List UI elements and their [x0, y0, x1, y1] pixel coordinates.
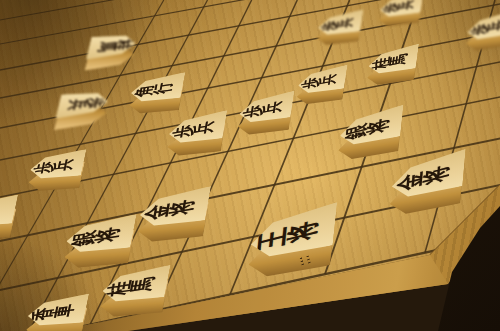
- koma-kanji: 行: [151, 74, 174, 103]
- koma-kanji: 兵: [261, 93, 284, 123]
- pieces-layer: 香車桂馬王将銀将金将金将歩兵歩兵歩兵銀将角行歩兵桂馬歩兵歩兵歩兵桂馬歩兵: [0, 0, 500, 331]
- shogi-photo-scene: 香車桂馬王将銀将金将金将歩兵歩兵歩兵銀将角行歩兵桂馬歩兵歩兵歩兵桂馬歩兵: [0, 0, 500, 331]
- koma-kanji: 車: [50, 295, 77, 327]
- koma-kanji: 兵: [335, 11, 354, 36]
- koma-kanji: 将: [167, 188, 197, 226]
- koma-kanji: 兵: [317, 66, 338, 93]
- koma-kanji: 馬: [128, 267, 157, 303]
- koma-kanji: 将: [93, 216, 123, 253]
- koma-kanji: 兵: [191, 112, 216, 143]
- koma-kanji: 兵: [487, 12, 500, 40]
- koma-kanji: 兵: [51, 151, 76, 180]
